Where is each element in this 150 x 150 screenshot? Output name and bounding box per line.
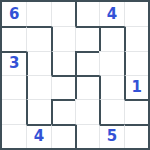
cell-r4c6[interactable]: 1: [124, 75, 148, 99]
given-digit: 4: [34, 129, 44, 144]
cell-r4c5[interactable]: [99, 75, 123, 99]
cell-r1c2[interactable]: [26, 2, 50, 26]
cell-r5c6[interactable]: [124, 99, 148, 123]
cell-r5c3[interactable]: [51, 99, 75, 123]
cell-r2c6[interactable]: [124, 26, 148, 50]
cell-r6c3[interactable]: [51, 124, 75, 148]
cell-r3c4[interactable]: [75, 51, 99, 75]
given-digit: 1: [132, 80, 142, 95]
cell-r2c2[interactable]: [26, 26, 50, 50]
cell-r6c1[interactable]: [2, 124, 26, 148]
cell-r2c1[interactable]: [2, 26, 26, 50]
cell-r1c3[interactable]: [51, 2, 75, 26]
jigsaw-sudoku-board: 643145: [0, 0, 150, 150]
given-digit: 5: [107, 129, 117, 144]
given-digit: 6: [9, 7, 19, 22]
cell-r1c5[interactable]: 4: [99, 2, 123, 26]
cell-r3c2[interactable]: [26, 51, 50, 75]
cell-r6c2[interactable]: 4: [26, 124, 50, 148]
cell-r5c5[interactable]: [99, 99, 123, 123]
cell-r4c1[interactable]: [2, 75, 26, 99]
cell-r5c2[interactable]: [26, 99, 50, 123]
cell-r4c4[interactable]: [75, 75, 99, 99]
given-digit: 3: [9, 56, 19, 71]
cell-r4c2[interactable]: [26, 75, 50, 99]
cell-r2c4[interactable]: [75, 26, 99, 50]
cell-r4c3[interactable]: [51, 75, 75, 99]
cell-r6c6[interactable]: [124, 124, 148, 148]
cell-r1c1[interactable]: 6: [2, 2, 26, 26]
cell-r1c4[interactable]: [75, 2, 99, 26]
cell-r1c6[interactable]: [124, 2, 148, 26]
cell-r5c4[interactable]: [75, 99, 99, 123]
cell-r6c4[interactable]: [75, 124, 99, 148]
cell-r3c6[interactable]: [124, 51, 148, 75]
cell-r3c3[interactable]: [51, 51, 75, 75]
cell-r3c5[interactable]: [99, 51, 123, 75]
cell-r3c1[interactable]: 3: [2, 51, 26, 75]
cell-r5c1[interactable]: [2, 99, 26, 123]
cell-r6c5[interactable]: 5: [99, 124, 123, 148]
given-digit: 4: [107, 7, 117, 22]
cell-r2c3[interactable]: [51, 26, 75, 50]
cell-r2c5[interactable]: [99, 26, 123, 50]
